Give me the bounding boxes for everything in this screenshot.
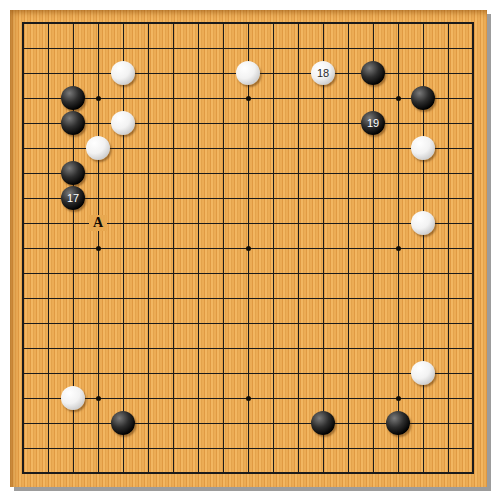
grid-line-horizontal bbox=[23, 373, 474, 374]
grid-line-vertical bbox=[323, 23, 324, 474]
star-point bbox=[96, 396, 101, 401]
star-point bbox=[246, 96, 251, 101]
white-stone bbox=[411, 361, 435, 385]
grid-line-horizontal bbox=[23, 298, 474, 299]
white-stone bbox=[111, 61, 135, 85]
black-stone bbox=[61, 111, 85, 135]
black-stone bbox=[386, 411, 410, 435]
star-point bbox=[246, 246, 251, 251]
black-stone bbox=[361, 61, 385, 85]
move-number: 18 bbox=[317, 68, 329, 79]
star-point bbox=[96, 96, 101, 101]
black-stone bbox=[61, 161, 85, 185]
star-point bbox=[396, 96, 401, 101]
grid-line-horizontal bbox=[23, 348, 474, 349]
white-stone bbox=[86, 136, 110, 160]
black-stone bbox=[311, 411, 335, 435]
grid-line-horizontal bbox=[23, 448, 474, 449]
go-board: A171918 bbox=[10, 10, 487, 487]
star-point bbox=[396, 246, 401, 251]
grid-line-vertical bbox=[448, 23, 449, 474]
move-number: 19 bbox=[367, 118, 379, 129]
black-stone: 17 bbox=[61, 186, 85, 210]
white-stone bbox=[61, 386, 85, 410]
grid-line-horizontal bbox=[23, 273, 474, 274]
white-stone bbox=[236, 61, 260, 85]
grid-line-horizontal bbox=[23, 323, 474, 324]
grid-line-vertical bbox=[373, 23, 374, 474]
board-label-A: A bbox=[89, 215, 107, 231]
grid-line-vertical bbox=[273, 23, 274, 474]
white-stone: 18 bbox=[311, 61, 335, 85]
star-point bbox=[96, 246, 101, 251]
black-stone bbox=[411, 86, 435, 110]
grid-line-vertical bbox=[348, 23, 349, 474]
white-stone bbox=[411, 211, 435, 235]
diagram-page: A171918 bbox=[0, 0, 500, 500]
grid-line-vertical bbox=[298, 23, 299, 474]
star-point bbox=[246, 396, 251, 401]
black-stone bbox=[61, 86, 85, 110]
black-stone: 19 bbox=[361, 111, 385, 135]
star-point bbox=[396, 396, 401, 401]
white-stone bbox=[411, 136, 435, 160]
black-stone bbox=[111, 411, 135, 435]
white-stone bbox=[111, 111, 135, 135]
move-number: 17 bbox=[67, 193, 79, 204]
